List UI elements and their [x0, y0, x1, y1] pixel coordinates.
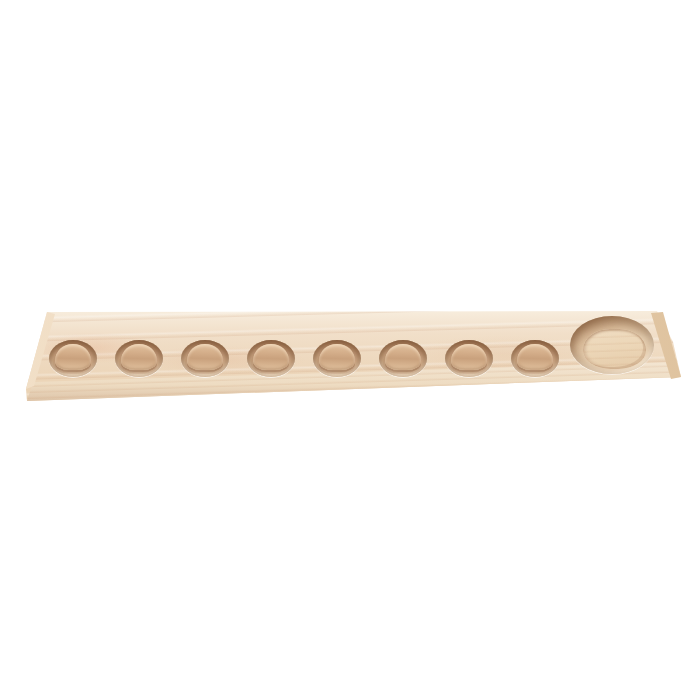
store-pit-bottom	[583, 329, 647, 369]
pit-1-bottom	[55, 344, 92, 370]
pit-7[interactable]	[445, 340, 493, 377]
pit-cell-3	[172, 338, 238, 378]
pit-7-bottom	[451, 344, 488, 370]
pit-cell-7	[436, 338, 502, 378]
pit-2[interactable]	[115, 340, 163, 377]
pit-cell-6	[370, 338, 436, 378]
pit-cell-2	[106, 338, 172, 378]
pit-cell-5	[304, 338, 370, 378]
pit-cell-4	[238, 338, 304, 378]
pit-5[interactable]	[313, 340, 361, 377]
pit-4-bottom	[253, 344, 290, 370]
pit-grid	[40, 338, 568, 378]
pit-4[interactable]	[247, 340, 295, 377]
pit-3-bottom	[187, 344, 224, 370]
product-photo	[0, 0, 700, 700]
pit-3[interactable]	[181, 340, 229, 377]
pit-cell-1	[40, 338, 106, 378]
pit-cell-8	[502, 338, 568, 378]
pit-6[interactable]	[379, 340, 427, 377]
pit-6-bottom	[385, 344, 422, 370]
pit-1[interactable]	[49, 340, 97, 377]
pit-5-bottom	[319, 344, 356, 370]
pit-2-bottom	[121, 344, 158, 370]
mancala-board	[22, 308, 684, 406]
store-pit[interactable]	[570, 316, 654, 374]
pit-8[interactable]	[511, 340, 559, 377]
pit-8-bottom	[517, 344, 554, 370]
